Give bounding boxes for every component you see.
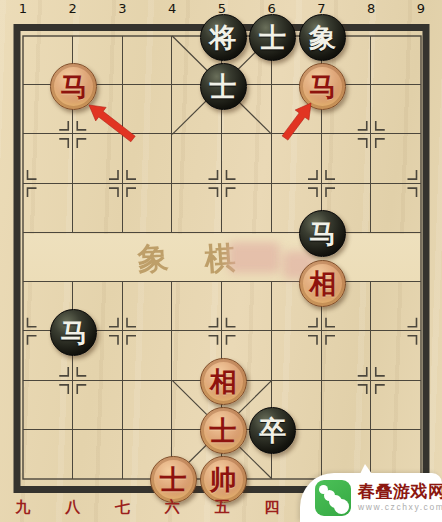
file-label-bottom-6: 四 — [259, 498, 285, 517]
board-cell — [371, 134, 421, 183]
site-logo-icon — [315, 480, 351, 516]
file-label-bottom-1: 九 — [10, 498, 36, 517]
board-cell — [222, 134, 272, 183]
board-cell — [322, 134, 372, 183]
piece-black-general[interactable]: 将 — [200, 14, 247, 61]
piece-black-soldier[interactable]: 卒 — [249, 407, 296, 454]
board-cell — [222, 184, 272, 233]
board-cell — [371, 331, 421, 380]
board-cell — [73, 430, 123, 479]
blurred-watermark-patch — [228, 242, 280, 273]
piece-red-advisor[interactable]: 士 — [200, 407, 247, 454]
xiangqi-app: 123456789 象 棋 将士象士马马马相马相士卒士帅 九八七六五四三二一 春… — [0, 0, 442, 522]
watermark-tail — [360, 464, 372, 474]
piece-red-horse[interactable]: 马 — [299, 63, 346, 110]
file-label-top-8: 8 — [361, 1, 381, 16]
file-label-bottom-3: 七 — [110, 498, 136, 517]
piece-glyph: 士 — [210, 73, 237, 100]
piece-glyph: 马 — [60, 73, 87, 100]
file-label-bottom-2: 八 — [60, 498, 86, 517]
board-cell — [371, 85, 421, 134]
file-label-top-3: 3 — [113, 1, 133, 16]
file-label-bottom-4: 六 — [159, 498, 185, 517]
board-cell — [73, 134, 123, 183]
board-cell — [23, 381, 73, 430]
file-label-top-1: 1 — [13, 1, 33, 16]
board-cell — [123, 85, 173, 134]
piece-glyph: 士 — [210, 417, 237, 444]
board-cell — [23, 134, 73, 183]
board-cell — [73, 184, 123, 233]
piece-glyph: 马 — [309, 73, 336, 100]
piece-red-advisor[interactable]: 士 — [150, 456, 197, 503]
board-cell — [272, 331, 322, 380]
board-cell — [123, 36, 173, 85]
piece-black-horse[interactable]: 马 — [50, 309, 97, 356]
piece-black-horse[interactable]: 马 — [299, 210, 346, 257]
file-label-top-9: 9 — [411, 1, 431, 16]
site-watermark: 春叠游戏网 www.czchxy.com — [300, 473, 442, 522]
file-label-top-2: 2 — [63, 1, 83, 16]
piece-glyph: 士 — [160, 466, 187, 493]
board-cell — [371, 36, 421, 85]
site-name: 春叠游戏网 — [358, 483, 442, 500]
piece-black-advisor[interactable]: 士 — [249, 14, 296, 61]
board-cell — [371, 184, 421, 233]
board-cell — [272, 134, 322, 183]
river-text-left: 象 — [130, 235, 177, 282]
piece-glyph: 象 — [309, 24, 336, 51]
piece-red-general[interactable]: 帅 — [200, 456, 247, 503]
piece-black-advisor[interactable]: 士 — [200, 63, 247, 110]
piece-glyph: 马 — [60, 319, 87, 346]
board-cell — [123, 184, 173, 233]
board-cell — [322, 381, 372, 430]
piece-glyph: 相 — [210, 368, 237, 395]
piece-red-elephant[interactable]: 相 — [200, 358, 247, 405]
piece-glyph: 士 — [259, 24, 286, 51]
board-cell — [73, 381, 123, 430]
piece-red-elephant[interactable]: 相 — [299, 260, 346, 307]
piece-glyph: 将 — [210, 24, 237, 51]
board-cell — [23, 184, 73, 233]
piece-red-horse[interactable]: 马 — [50, 63, 97, 110]
board-cell — [123, 331, 173, 380]
board-cell — [172, 184, 222, 233]
piece-glyph: 帅 — [210, 466, 237, 493]
board-cell — [123, 134, 173, 183]
file-label-bottom-5: 五 — [209, 498, 235, 517]
board-cell — [371, 430, 421, 479]
board-cell — [371, 381, 421, 430]
piece-glyph: 相 — [309, 270, 336, 297]
board-cell — [172, 282, 222, 331]
board-cell — [172, 134, 222, 183]
river-band: 象 棋 — [24, 234, 420, 281]
board-cell — [322, 331, 372, 380]
file-label-top-4: 4 — [162, 1, 182, 16]
site-url: www.czchxy.com — [358, 503, 442, 512]
piece-black-elephant[interactable]: 象 — [299, 14, 346, 61]
board-cell — [123, 381, 173, 430]
board-cell — [23, 430, 73, 479]
board-cell — [371, 282, 421, 331]
piece-glyph: 马 — [309, 220, 336, 247]
board-cell — [123, 282, 173, 331]
piece-glyph: 卒 — [259, 417, 286, 444]
board-cell — [222, 282, 272, 331]
